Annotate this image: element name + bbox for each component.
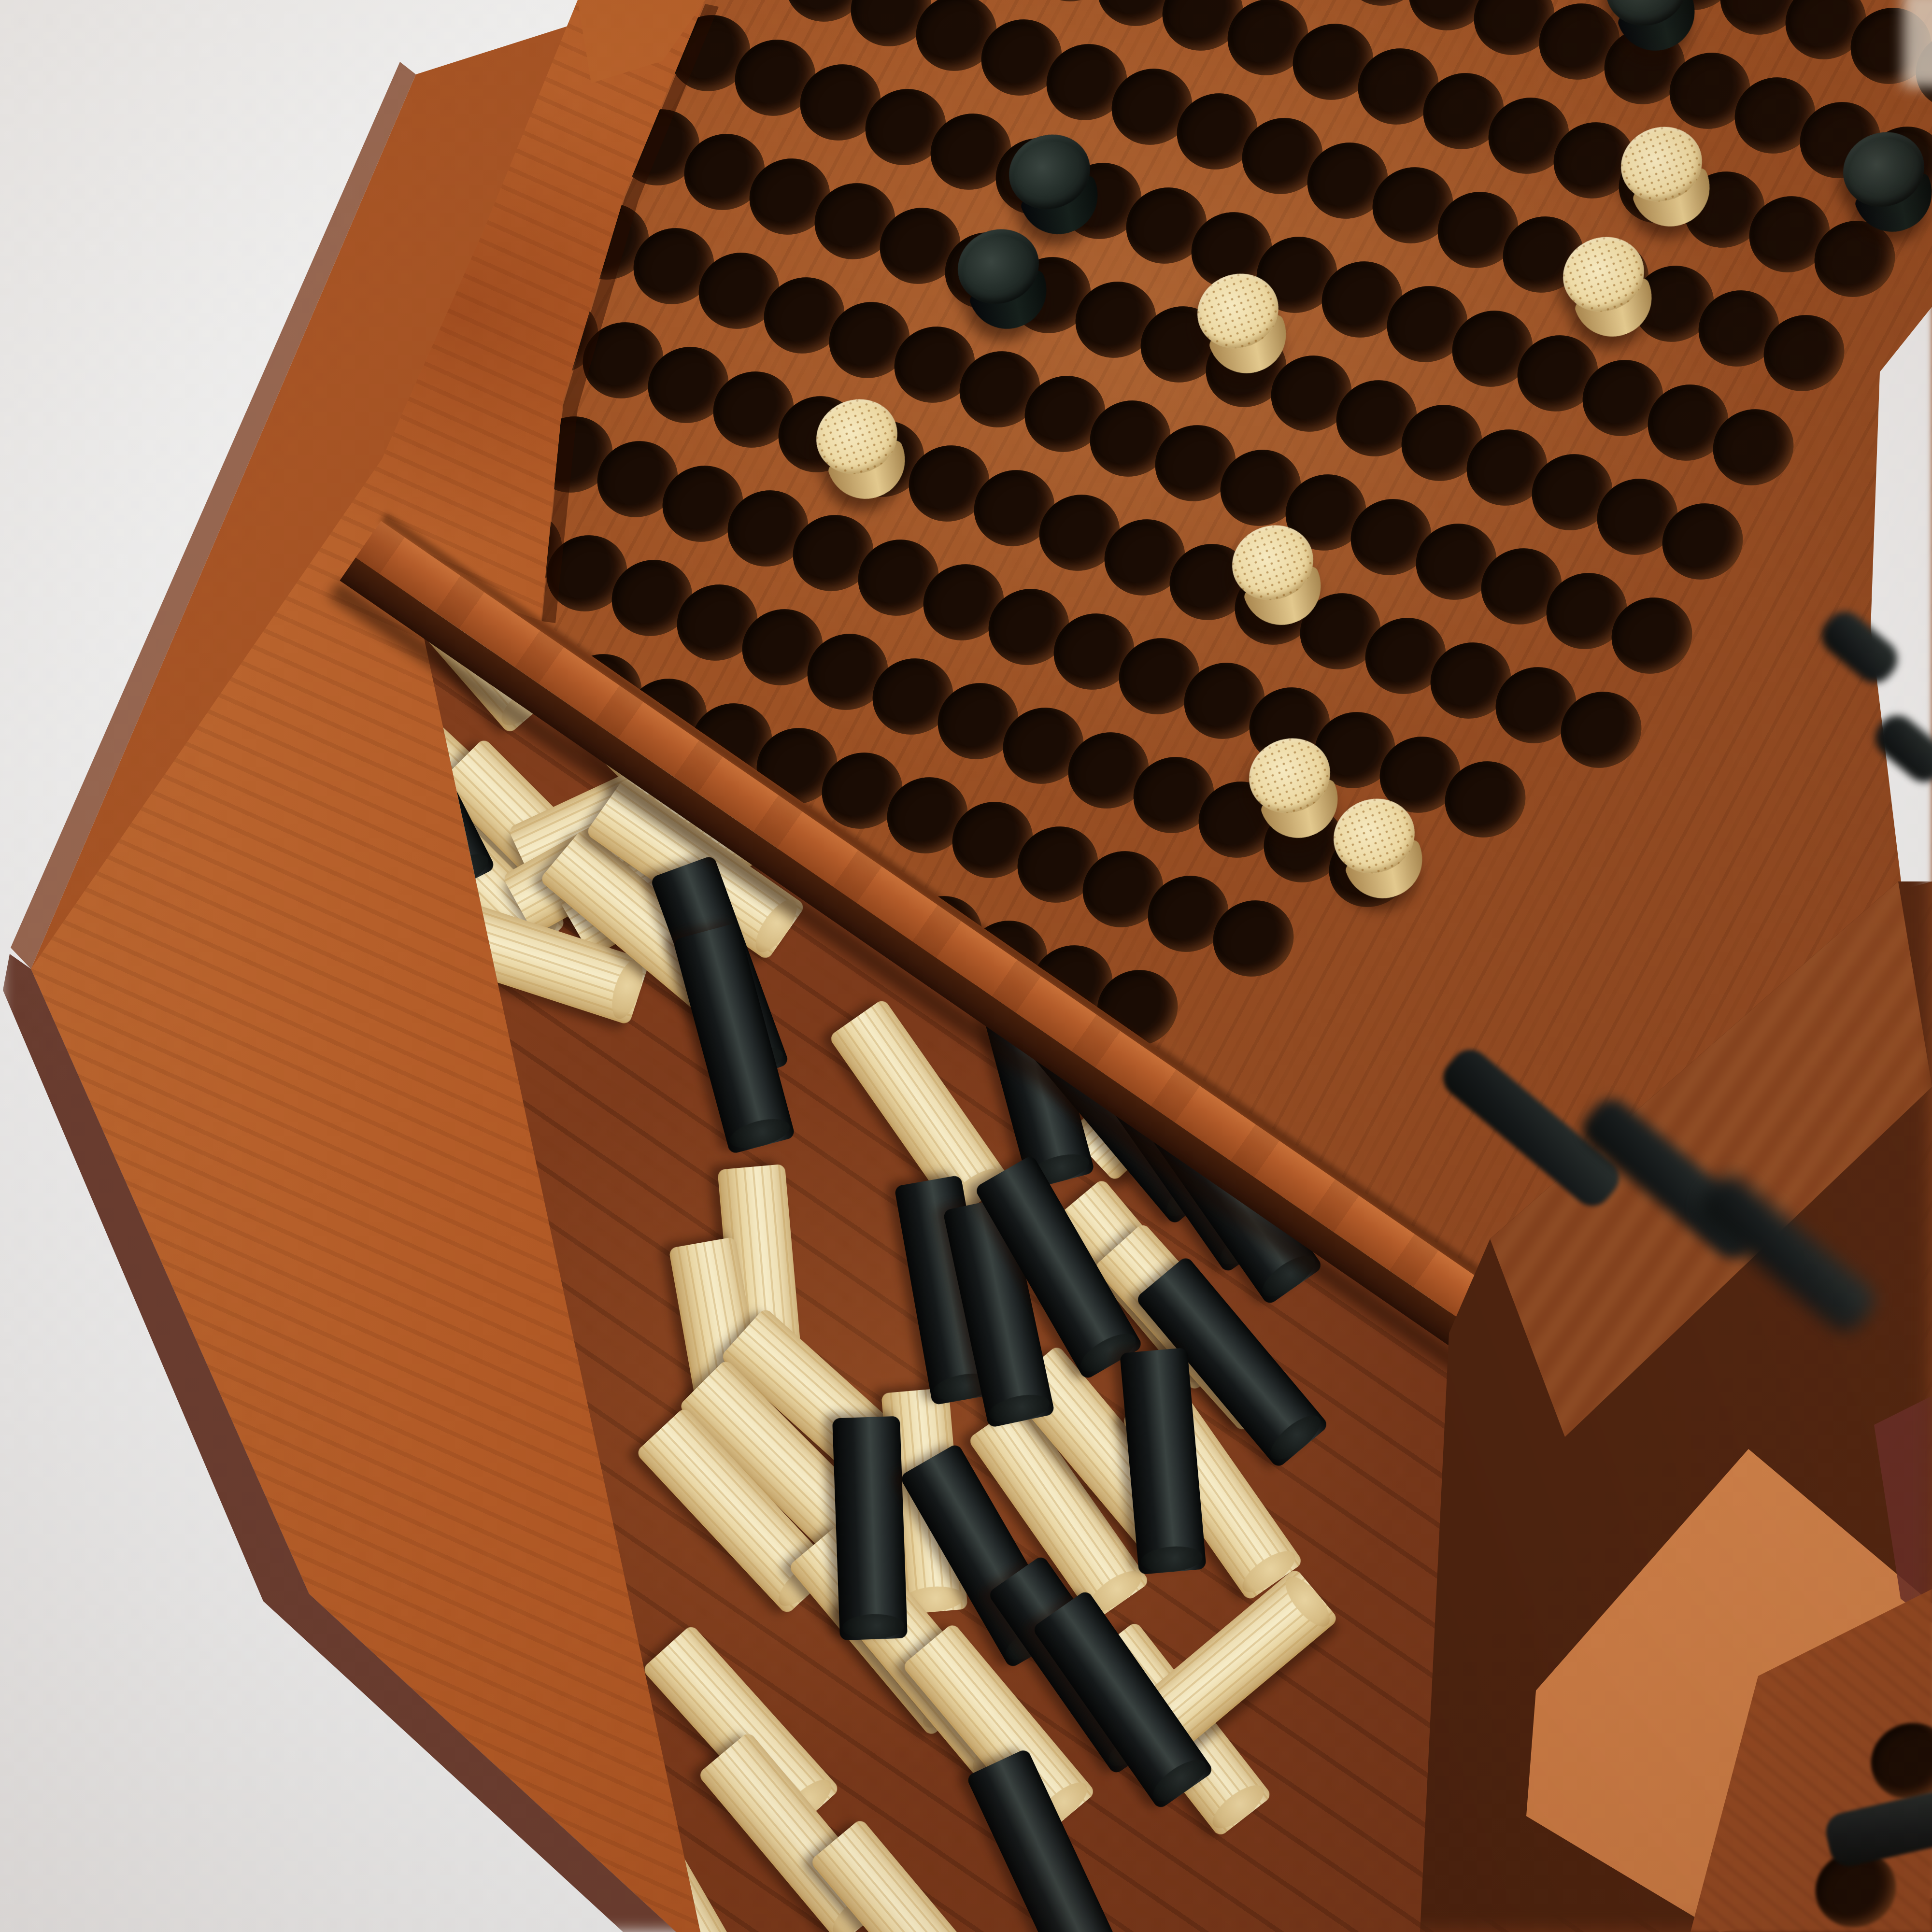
photo-canvas bbox=[0, 0, 1932, 1932]
vignette-overlay bbox=[0, 0, 1932, 1932]
